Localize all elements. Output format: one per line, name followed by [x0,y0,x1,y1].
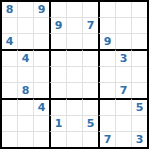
cell-r2c2-empty[interactable] [17,17,33,33]
cell-r7c8-empty[interactable] [115,98,131,115]
cell-r3c8-empty[interactable] [115,33,131,49]
cell-r7c7-empty[interactable] [98,98,115,115]
cell-r6c2-given[interactable]: 8 [17,82,33,98]
cell-r1c3-given[interactable]: 9 [33,2,49,17]
cell-r8c1-empty[interactable] [2,115,17,131]
cell-r2c8-empty[interactable] [115,17,131,33]
cell-r6c6-empty[interactable] [82,82,98,98]
cell-r5c8-empty[interactable] [115,66,131,82]
cell-r2c9-empty[interactable] [131,17,147,33]
cell-r4c8-given[interactable]: 3 [115,49,131,66]
cell-r5c1-empty[interactable] [2,66,17,82]
cell-r1c7-empty[interactable] [98,2,115,17]
cell-r6c4-empty[interactable] [49,82,66,98]
cell-r2c7-empty[interactable] [98,17,115,33]
cell-r8c6-given[interactable]: 5 [82,115,98,131]
cell-r6c9-empty[interactable] [131,82,147,98]
cell-r3c5-empty[interactable] [66,33,82,49]
cell-r9c7-given[interactable]: 7 [98,131,115,147]
cell-r2c5-empty[interactable] [66,17,82,33]
cell-r4c2-given[interactable]: 4 [17,49,33,66]
cell-r1c2-empty[interactable] [17,2,33,17]
cell-r6c1-empty[interactable] [2,82,17,98]
cell-r8c7-empty[interactable] [98,115,115,131]
cell-r7c2-empty[interactable] [17,98,33,115]
cell-r7c9-given[interactable]: 5 [131,98,147,115]
cell-r9c8-empty[interactable] [115,131,131,147]
cell-r3c1-given[interactable]: 4 [2,33,17,49]
cell-r9c4-empty[interactable] [49,131,66,147]
cell-r9c6-empty[interactable] [82,131,98,147]
cell-r9c3-empty[interactable] [33,131,49,147]
cell-r8c9-empty[interactable] [131,115,147,131]
cell-r1c8-empty[interactable] [115,2,131,17]
cell-r2c1-empty[interactable] [2,17,17,33]
cell-r4c9-empty[interactable] [131,49,147,66]
cell-r4c7-empty[interactable] [98,49,115,66]
cell-r4c6-empty[interactable] [82,49,98,66]
cell-r8c8-empty[interactable] [115,115,131,131]
cell-r3c3-empty[interactable] [33,33,49,49]
cell-r8c5-empty[interactable] [66,115,82,131]
cell-r2c6-given[interactable]: 7 [82,17,98,33]
cell-r5c6-empty[interactable] [82,66,98,82]
cell-r2c3-empty[interactable] [33,17,49,33]
cell-r7c6-empty[interactable] [82,98,98,115]
cell-r7c5-empty[interactable] [66,98,82,115]
cell-r6c3-empty[interactable] [33,82,49,98]
cell-r3c4-empty[interactable] [49,33,66,49]
cell-r4c4-empty[interactable] [49,49,66,66]
cell-r4c5-empty[interactable] [66,49,82,66]
cell-r5c7-empty[interactable] [98,66,115,82]
cell-r7c1-empty[interactable] [2,98,17,115]
cell-r1c4-empty[interactable] [49,2,66,17]
cell-r1c1-given[interactable]: 8 [2,2,17,17]
cell-r2c4-given[interactable]: 9 [49,17,66,33]
cell-r3c2-empty[interactable] [17,33,33,49]
cell-r6c5-empty[interactable] [66,82,82,98]
cell-r1c5-empty[interactable] [66,2,82,17]
cell-r5c9-empty[interactable] [131,66,147,82]
cell-r4c1-empty[interactable] [2,49,17,66]
cell-r1c6-empty[interactable] [82,2,98,17]
cell-r1c9-empty[interactable] [131,2,147,17]
cell-r5c4-empty[interactable] [49,66,66,82]
cell-r6c7-empty[interactable] [98,82,115,98]
cell-r8c2-empty[interactable] [17,115,33,131]
cell-r8c4-given[interactable]: 1 [49,115,66,131]
cell-r7c4-empty[interactable] [49,98,66,115]
cell-r9c5-empty[interactable] [66,131,82,147]
cell-r6c8-given[interactable]: 7 [115,82,131,98]
cell-r9c1-empty[interactable] [2,131,17,147]
cell-r9c9-given[interactable]: 3 [131,131,147,147]
cell-r7c3-given[interactable]: 4 [33,98,49,115]
cell-r3c9-empty[interactable] [131,33,147,49]
cell-r5c3-empty[interactable] [33,66,49,82]
sudoku-board: 8997494387451573 [0,0,149,149]
cell-r8c3-empty[interactable] [33,115,49,131]
cell-r4c3-empty[interactable] [33,49,49,66]
cell-r5c2-empty[interactable] [17,66,33,82]
cell-r9c2-empty[interactable] [17,131,33,147]
cell-r3c6-empty[interactable] [82,33,98,49]
cell-r5c5-empty[interactable] [66,66,82,82]
cell-r3c7-given[interactable]: 9 [98,33,115,49]
